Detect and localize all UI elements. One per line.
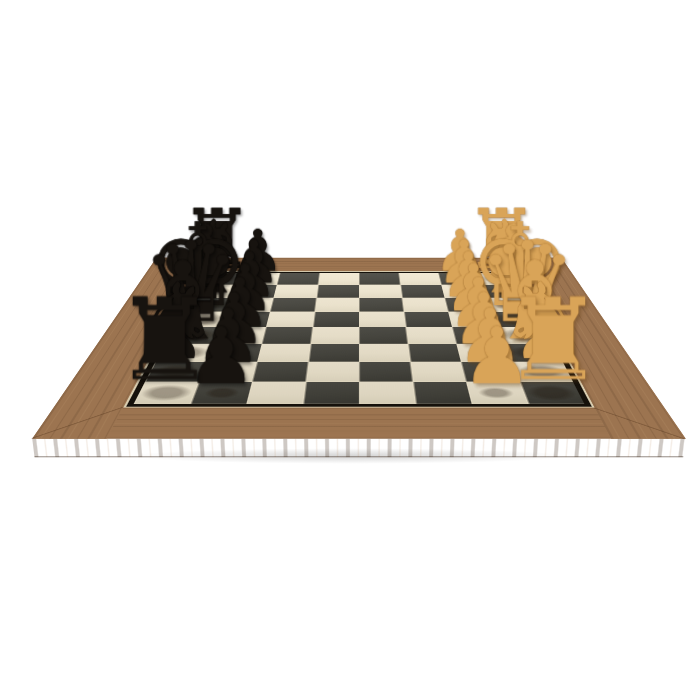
board-front-edge — [32, 439, 686, 458]
piece-black-rook-a8[interactable]: ♜ — [34, 284, 296, 397]
product-photo-scene: ♜♟♟♜♞♟♟♞♝♟♟♝♚♟♟♚♛♟♟♛♝♟♟♝♞♟♟♞♜♟♟♜ — [0, 0, 700, 700]
piece-white-rook-a1[interactable]: ♜ — [422, 284, 684, 397]
chess-board: ♜♟♟♜♞♟♟♞♝♟♟♝♚♟♟♚♛♟♟♛♝♟♟♝♞♟♟♞♜♟♟♜ — [32, 258, 686, 439]
